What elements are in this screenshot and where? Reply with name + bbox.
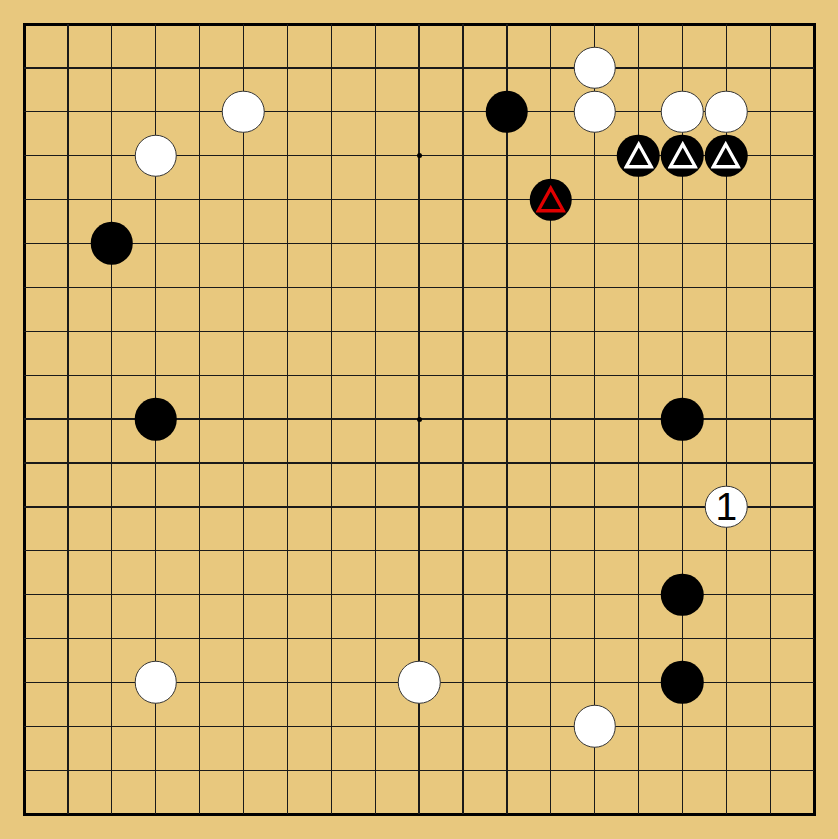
intersection-J8[interactable] [353, 485, 397, 529]
intersection-F1[interactable] [222, 792, 266, 836]
intersection-F14[interactable] [222, 222, 266, 266]
intersection-E14[interactable] [178, 222, 222, 266]
intersection-H14[interactable] [309, 222, 353, 266]
intersection-S14[interactable] [748, 222, 792, 266]
intersection-J7[interactable] [353, 529, 397, 573]
intersection-G9[interactable] [265, 441, 309, 485]
intersection-A15[interactable] [2, 178, 46, 222]
intersection-S16[interactable] [748, 134, 792, 178]
intersection-K10[interactable] [397, 397, 441, 441]
intersection-R14[interactable] [704, 222, 748, 266]
white-stone-O17[interactable] [573, 91, 616, 134]
intersection-N3[interactable] [529, 704, 573, 748]
intersection-T14[interactable] [792, 222, 836, 266]
intersection-C14[interactable] [90, 222, 134, 266]
intersection-F9[interactable] [222, 441, 266, 485]
intersection-E18[interactable] [178, 46, 222, 90]
intersection-N2[interactable] [529, 748, 573, 792]
intersection-R9[interactable] [704, 441, 748, 485]
intersection-E4[interactable] [178, 660, 222, 704]
white-stone-F17[interactable] [222, 91, 265, 134]
intersection-M9[interactable] [485, 441, 529, 485]
intersection-L15[interactable] [441, 178, 485, 222]
intersection-D1[interactable] [134, 792, 178, 836]
intersection-G19[interactable] [265, 2, 309, 46]
intersection-O8[interactable] [573, 485, 617, 529]
intersection-Q5[interactable] [660, 617, 704, 661]
intersection-T5[interactable] [792, 617, 836, 661]
intersection-K6[interactable] [397, 573, 441, 617]
intersection-P14[interactable] [617, 222, 661, 266]
intersection-R12[interactable] [704, 309, 748, 353]
intersection-P10[interactable] [617, 397, 661, 441]
intersection-G11[interactable] [265, 353, 309, 397]
intersection-J13[interactable] [353, 265, 397, 309]
intersection-B1[interactable] [46, 792, 90, 836]
intersection-B2[interactable] [46, 748, 90, 792]
intersection-K4[interactable] [397, 660, 441, 704]
intersection-S15[interactable] [748, 178, 792, 222]
black-stone-C14[interactable] [91, 222, 134, 265]
intersection-B10[interactable] [46, 397, 90, 441]
intersection-D18[interactable] [134, 46, 178, 90]
intersection-D11[interactable] [134, 353, 178, 397]
intersection-O4[interactable] [573, 660, 617, 704]
intersection-Q7[interactable] [660, 529, 704, 573]
intersection-Q17[interactable] [660, 90, 704, 134]
intersection-H13[interactable] [309, 265, 353, 309]
intersection-M7[interactable] [485, 529, 529, 573]
intersection-R8[interactable]: 1 [704, 485, 748, 529]
white-stone-O3[interactable] [573, 705, 616, 748]
intersection-A19[interactable] [2, 2, 46, 46]
intersection-N16[interactable] [529, 134, 573, 178]
intersection-O12[interactable] [573, 309, 617, 353]
intersection-G5[interactable] [265, 617, 309, 661]
intersection-P15[interactable] [617, 178, 661, 222]
intersection-A12[interactable] [2, 309, 46, 353]
intersection-B3[interactable] [46, 704, 90, 748]
intersection-T8[interactable] [792, 485, 836, 529]
intersection-P18[interactable] [617, 46, 661, 90]
intersection-M15[interactable] [485, 178, 529, 222]
intersection-E6[interactable] [178, 573, 222, 617]
intersection-A6[interactable] [2, 573, 46, 617]
intersection-R16[interactable] [704, 134, 748, 178]
intersection-H4[interactable] [309, 660, 353, 704]
intersection-F7[interactable] [222, 529, 266, 573]
intersection-B14[interactable] [46, 222, 90, 266]
intersection-S2[interactable] [748, 748, 792, 792]
intersection-S17[interactable] [748, 90, 792, 134]
intersection-L4[interactable] [441, 660, 485, 704]
intersection-A1[interactable] [2, 792, 46, 836]
intersection-S10[interactable] [748, 397, 792, 441]
intersection-L5[interactable] [441, 617, 485, 661]
intersection-T16[interactable] [792, 134, 836, 178]
intersection-F19[interactable] [222, 2, 266, 46]
intersection-A8[interactable] [2, 485, 46, 529]
intersection-Q14[interactable] [660, 222, 704, 266]
intersection-G16[interactable] [265, 134, 309, 178]
intersection-E10[interactable] [178, 397, 222, 441]
intersection-L11[interactable] [441, 353, 485, 397]
intersection-R1[interactable] [704, 792, 748, 836]
intersection-A18[interactable] [2, 46, 46, 90]
intersection-A7[interactable] [2, 529, 46, 573]
intersection-D3[interactable] [134, 704, 178, 748]
intersection-J18[interactable] [353, 46, 397, 90]
intersection-H7[interactable] [309, 529, 353, 573]
intersection-Q4[interactable] [660, 660, 704, 704]
intersection-C11[interactable] [90, 353, 134, 397]
intersection-C13[interactable] [90, 265, 134, 309]
intersection-O13[interactable] [573, 265, 617, 309]
intersection-L12[interactable] [441, 309, 485, 353]
intersection-B12[interactable] [46, 309, 90, 353]
intersection-O3[interactable] [573, 704, 617, 748]
intersection-Q3[interactable] [660, 704, 704, 748]
intersection-P4[interactable] [617, 660, 661, 704]
white-stone-D4[interactable] [134, 661, 177, 704]
intersection-S8[interactable] [748, 485, 792, 529]
intersection-O11[interactable] [573, 353, 617, 397]
intersection-F5[interactable] [222, 617, 266, 661]
intersection-M8[interactable] [485, 485, 529, 529]
intersection-Q12[interactable] [660, 309, 704, 353]
intersection-A16[interactable] [2, 134, 46, 178]
black-stone-Q6[interactable] [661, 573, 704, 616]
intersection-O15[interactable] [573, 178, 617, 222]
intersection-R6[interactable] [704, 573, 748, 617]
intersection-L7[interactable] [441, 529, 485, 573]
intersection-D4[interactable] [134, 660, 178, 704]
intersection-K17[interactable] [397, 90, 441, 134]
intersection-F13[interactable] [222, 265, 266, 309]
intersection-A13[interactable] [2, 265, 46, 309]
intersection-M13[interactable] [485, 265, 529, 309]
intersection-D9[interactable] [134, 441, 178, 485]
intersection-D6[interactable] [134, 573, 178, 617]
white-stone-R17[interactable] [705, 91, 748, 134]
intersection-L14[interactable] [441, 222, 485, 266]
intersection-K14[interactable] [397, 222, 441, 266]
intersection-F2[interactable] [222, 748, 266, 792]
intersection-R4[interactable] [704, 660, 748, 704]
intersection-S3[interactable] [748, 704, 792, 748]
intersection-T17[interactable] [792, 90, 836, 134]
intersection-E3[interactable] [178, 704, 222, 748]
intersection-C2[interactable] [90, 748, 134, 792]
intersection-F12[interactable] [222, 309, 266, 353]
intersection-R19[interactable] [704, 2, 748, 46]
intersection-B5[interactable] [46, 617, 90, 661]
intersection-O16[interactable] [573, 134, 617, 178]
intersection-H2[interactable] [309, 748, 353, 792]
intersection-R18[interactable] [704, 46, 748, 90]
white-stone-D16[interactable] [134, 134, 177, 177]
intersection-K2[interactable] [397, 748, 441, 792]
intersection-R11[interactable] [704, 353, 748, 397]
intersection-G6[interactable] [265, 573, 309, 617]
intersection-H17[interactable] [309, 90, 353, 134]
intersection-M1[interactable] [485, 792, 529, 836]
intersection-C4[interactable] [90, 660, 134, 704]
intersection-K5[interactable] [397, 617, 441, 661]
intersection-F3[interactable] [222, 704, 266, 748]
intersection-T19[interactable] [792, 2, 836, 46]
intersection-N15[interactable] [529, 178, 573, 222]
intersection-T15[interactable] [792, 178, 836, 222]
intersection-J19[interactable] [353, 2, 397, 46]
intersection-O18[interactable] [573, 46, 617, 90]
intersection-J9[interactable] [353, 441, 397, 485]
intersection-N8[interactable] [529, 485, 573, 529]
intersection-N10[interactable] [529, 397, 573, 441]
intersection-C3[interactable] [90, 704, 134, 748]
intersection-B8[interactable] [46, 485, 90, 529]
intersection-D5[interactable] [134, 617, 178, 661]
intersection-R7[interactable] [704, 529, 748, 573]
intersection-L10[interactable] [441, 397, 485, 441]
intersection-M12[interactable] [485, 309, 529, 353]
intersection-F6[interactable] [222, 573, 266, 617]
intersection-N7[interactable] [529, 529, 573, 573]
intersection-C17[interactable] [90, 90, 134, 134]
intersection-O9[interactable] [573, 441, 617, 485]
intersection-S6[interactable] [748, 573, 792, 617]
intersection-S9[interactable] [748, 441, 792, 485]
intersection-E2[interactable] [178, 748, 222, 792]
intersection-A4[interactable] [2, 660, 46, 704]
intersection-G7[interactable] [265, 529, 309, 573]
intersection-T10[interactable] [792, 397, 836, 441]
intersection-M11[interactable] [485, 353, 529, 397]
intersection-F11[interactable] [222, 353, 266, 397]
intersection-Q18[interactable] [660, 46, 704, 90]
intersection-P3[interactable] [617, 704, 661, 748]
black-stone-D10[interactable] [134, 398, 177, 441]
intersection-H18[interactable] [309, 46, 353, 90]
intersection-J16[interactable] [353, 134, 397, 178]
intersection-E17[interactable] [178, 90, 222, 134]
intersection-D15[interactable] [134, 178, 178, 222]
intersection-C9[interactable] [90, 441, 134, 485]
intersection-O5[interactable] [573, 617, 617, 661]
intersection-F4[interactable] [222, 660, 266, 704]
intersection-D8[interactable] [134, 485, 178, 529]
intersection-C10[interactable] [90, 397, 134, 441]
intersection-M5[interactable] [485, 617, 529, 661]
intersection-H1[interactable] [309, 792, 353, 836]
intersection-O10[interactable] [573, 397, 617, 441]
intersection-P17[interactable] [617, 90, 661, 134]
intersection-J11[interactable] [353, 353, 397, 397]
intersection-N5[interactable] [529, 617, 573, 661]
intersection-R13[interactable] [704, 265, 748, 309]
intersection-K11[interactable] [397, 353, 441, 397]
intersection-M3[interactable] [485, 704, 529, 748]
intersection-S1[interactable] [748, 792, 792, 836]
intersection-P2[interactable] [617, 748, 661, 792]
intersection-J14[interactable] [353, 222, 397, 266]
intersection-K12[interactable] [397, 309, 441, 353]
intersection-B16[interactable] [46, 134, 90, 178]
intersection-A14[interactable] [2, 222, 46, 266]
intersection-S7[interactable] [748, 529, 792, 573]
intersection-P13[interactable] [617, 265, 661, 309]
intersection-D14[interactable] [134, 222, 178, 266]
white-stone-R8[interactable]: 1 [705, 486, 748, 529]
intersection-H15[interactable] [309, 178, 353, 222]
intersection-J10[interactable] [353, 397, 397, 441]
intersection-N4[interactable] [529, 660, 573, 704]
intersection-R2[interactable] [704, 748, 748, 792]
intersection-N19[interactable] [529, 2, 573, 46]
intersection-T4[interactable] [792, 660, 836, 704]
intersection-G10[interactable] [265, 397, 309, 441]
intersection-C19[interactable] [90, 2, 134, 46]
intersection-O14[interactable] [573, 222, 617, 266]
intersection-F10[interactable] [222, 397, 266, 441]
intersection-N18[interactable] [529, 46, 573, 90]
intersection-E9[interactable] [178, 441, 222, 485]
intersection-J5[interactable] [353, 617, 397, 661]
intersection-D13[interactable] [134, 265, 178, 309]
intersection-M19[interactable] [485, 2, 529, 46]
intersection-F17[interactable] [222, 90, 266, 134]
intersection-H6[interactable] [309, 573, 353, 617]
intersection-H10[interactable] [309, 397, 353, 441]
intersection-T1[interactable] [792, 792, 836, 836]
intersection-H16[interactable] [309, 134, 353, 178]
intersection-O2[interactable] [573, 748, 617, 792]
intersection-A3[interactable] [2, 704, 46, 748]
intersection-M4[interactable] [485, 660, 529, 704]
intersection-F18[interactable] [222, 46, 266, 90]
intersection-M10[interactable] [485, 397, 529, 441]
intersection-H12[interactable] [309, 309, 353, 353]
intersection-N17[interactable] [529, 90, 573, 134]
intersection-M17[interactable] [485, 90, 529, 134]
intersection-T7[interactable] [792, 529, 836, 573]
intersection-S18[interactable] [748, 46, 792, 90]
intersection-J2[interactable] [353, 748, 397, 792]
intersection-G1[interactable] [265, 792, 309, 836]
intersection-T18[interactable] [792, 46, 836, 90]
intersection-C8[interactable] [90, 485, 134, 529]
intersection-P19[interactable] [617, 2, 661, 46]
intersection-T13[interactable] [792, 265, 836, 309]
intersection-B9[interactable] [46, 441, 90, 485]
intersection-J12[interactable] [353, 309, 397, 353]
intersection-Q19[interactable] [660, 2, 704, 46]
intersection-R10[interactable] [704, 397, 748, 441]
intersection-E7[interactable] [178, 529, 222, 573]
intersection-S12[interactable] [748, 309, 792, 353]
intersection-G8[interactable] [265, 485, 309, 529]
intersection-A5[interactable] [2, 617, 46, 661]
intersection-P11[interactable] [617, 353, 661, 397]
intersection-P7[interactable] [617, 529, 661, 573]
intersection-K9[interactable] [397, 441, 441, 485]
intersection-K3[interactable] [397, 704, 441, 748]
intersection-A17[interactable] [2, 90, 46, 134]
intersection-K8[interactable] [397, 485, 441, 529]
intersection-L9[interactable] [441, 441, 485, 485]
intersection-Q2[interactable] [660, 748, 704, 792]
intersection-B13[interactable] [46, 265, 90, 309]
intersection-J17[interactable] [353, 90, 397, 134]
intersection-R5[interactable] [704, 617, 748, 661]
black-stone-Q10[interactable] [661, 398, 704, 441]
intersection-T12[interactable] [792, 309, 836, 353]
intersection-C5[interactable] [90, 617, 134, 661]
intersection-Q15[interactable] [660, 178, 704, 222]
intersection-N9[interactable] [529, 441, 573, 485]
intersection-Q6[interactable] [660, 573, 704, 617]
intersection-L18[interactable] [441, 46, 485, 90]
intersection-F8[interactable] [222, 485, 266, 529]
intersection-T3[interactable] [792, 704, 836, 748]
intersection-E12[interactable] [178, 309, 222, 353]
intersection-T11[interactable] [792, 353, 836, 397]
intersection-J4[interactable] [353, 660, 397, 704]
intersection-R17[interactable] [704, 90, 748, 134]
intersection-O17[interactable] [573, 90, 617, 134]
intersection-L17[interactable] [441, 90, 485, 134]
intersection-B18[interactable] [46, 46, 90, 90]
intersection-C18[interactable] [90, 46, 134, 90]
intersection-B11[interactable] [46, 353, 90, 397]
intersection-R3[interactable] [704, 704, 748, 748]
white-stone-O18[interactable] [573, 47, 616, 90]
intersection-H8[interactable] [309, 485, 353, 529]
intersection-K16[interactable] [397, 134, 441, 178]
intersection-L13[interactable] [441, 265, 485, 309]
intersection-S19[interactable] [748, 2, 792, 46]
intersection-K18[interactable] [397, 46, 441, 90]
intersection-Q1[interactable] [660, 792, 704, 836]
intersection-J3[interactable] [353, 704, 397, 748]
intersection-G14[interactable] [265, 222, 309, 266]
intersection-J15[interactable] [353, 178, 397, 222]
intersection-E5[interactable] [178, 617, 222, 661]
intersection-A2[interactable] [2, 748, 46, 792]
intersection-K7[interactable] [397, 529, 441, 573]
intersection-O19[interactable] [573, 2, 617, 46]
intersection-C1[interactable] [90, 792, 134, 836]
intersection-Q16[interactable] [660, 134, 704, 178]
intersection-H19[interactable] [309, 2, 353, 46]
intersection-G15[interactable] [265, 178, 309, 222]
intersection-E15[interactable] [178, 178, 222, 222]
intersection-C12[interactable] [90, 309, 134, 353]
intersection-E1[interactable] [178, 792, 222, 836]
intersection-K1[interactable] [397, 792, 441, 836]
intersection-N13[interactable] [529, 265, 573, 309]
intersection-K13[interactable] [397, 265, 441, 309]
intersection-Q8[interactable] [660, 485, 704, 529]
intersection-S13[interactable] [748, 265, 792, 309]
intersection-S4[interactable] [748, 660, 792, 704]
intersection-G4[interactable] [265, 660, 309, 704]
intersection-R15[interactable] [704, 178, 748, 222]
intersection-E16[interactable] [178, 134, 222, 178]
intersection-C16[interactable] [90, 134, 134, 178]
intersection-C15[interactable] [90, 178, 134, 222]
intersection-A10[interactable] [2, 397, 46, 441]
